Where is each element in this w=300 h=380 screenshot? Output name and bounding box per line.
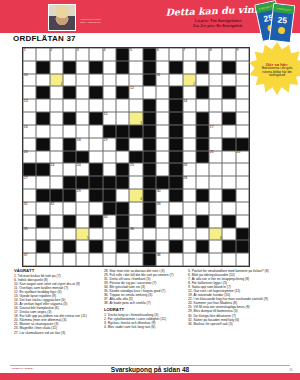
cell-r12c16[interactable] — [236, 202, 249, 215]
starburst-line4: tävlingskod — [269, 73, 285, 77]
cell-r3c2[interactable] — [50, 86, 63, 99]
cell-r8c1[interactable] — [36, 151, 49, 164]
cell-r1c1 — [36, 61, 49, 74]
cell-r13c2[interactable] — [50, 215, 63, 228]
cell-r7c0[interactable] — [23, 138, 36, 151]
cell-r5c12[interactable] — [183, 112, 196, 125]
cell-r15c14[interactable] — [209, 240, 222, 253]
clue-number: 23 — [50, 163, 54, 167]
cell-r4c0[interactable]: 13 — [23, 99, 36, 112]
cell-r12c2[interactable]: 32 — [50, 202, 63, 215]
cell-r14c9[interactable] — [143, 228, 156, 241]
cell-r0c3[interactable] — [63, 48, 76, 61]
cell-r14c14[interactable]: 6 — [209, 228, 222, 241]
cell-r12c3[interactable] — [63, 202, 76, 215]
cell-r7c10[interactable] — [156, 138, 169, 151]
cell-r1c0[interactable] — [23, 61, 36, 74]
clue-item: 4. Blev sådet som fick lång rast (6) — [104, 325, 186, 329]
cell-r13c6[interactable]: 34 — [103, 215, 116, 228]
cell-r9c12[interactable]: 26 — [183, 163, 196, 176]
cell-r6c2[interactable] — [50, 125, 63, 138]
cell-r3c14[interactable] — [209, 86, 222, 99]
cell-r7c9 — [143, 138, 156, 151]
cell-r6c11 — [169, 125, 182, 138]
cell-r7c14[interactable] — [209, 138, 222, 151]
cell-r8c15[interactable] — [222, 151, 235, 164]
cell-r14c4[interactable]: 5 — [76, 228, 89, 241]
cell-r13c4[interactable] — [76, 215, 89, 228]
cell-r0c8[interactable]: 5 — [129, 48, 142, 61]
cell-r12c6 — [103, 202, 116, 215]
cell-r14c8[interactable]: 36 — [129, 228, 142, 241]
cell-r8c2[interactable] — [50, 151, 63, 164]
cell-r12c4[interactable] — [76, 202, 89, 215]
cell-r13c10[interactable] — [156, 215, 169, 228]
clue-number: 20 — [24, 150, 28, 154]
cell-r14c15[interactable] — [222, 228, 235, 241]
cell-r14c11[interactable] — [169, 228, 182, 241]
cell-r16c5[interactable] — [89, 253, 102, 266]
cell-r5c4[interactable] — [76, 112, 89, 125]
cell-r15c10[interactable] — [156, 240, 169, 253]
cell-r9c15[interactable] — [222, 163, 235, 176]
cell-r16c14[interactable] — [209, 253, 222, 266]
cell-r10c0[interactable]: 27 — [23, 176, 36, 189]
cell-r14c6[interactable] — [103, 228, 116, 241]
crossword-grid[interactable]: 1234567891011121213141531617181920212223… — [22, 47, 250, 267]
cell-r5c1 — [36, 112, 49, 125]
cell-r11c5 — [89, 189, 102, 202]
clue-number: 9 — [236, 48, 238, 52]
answer-coupon-note: Svarskupong på sidan 48 — [0, 366, 300, 373]
cell-r2c13[interactable] — [196, 74, 209, 87]
cell-r0c16[interactable]: 9 — [236, 48, 249, 61]
cell-r0c6[interactable]: 4 — [103, 48, 116, 61]
cell-r12c8[interactable] — [129, 202, 142, 215]
constructor-photo — [48, 4, 76, 31]
cell-r15c6[interactable] — [103, 240, 116, 253]
cell-r2c2[interactable]: 1 — [50, 74, 63, 87]
cell-r4c14[interactable] — [209, 99, 222, 112]
cell-r1c12[interactable] — [183, 61, 196, 74]
cell-r2c14[interactable] — [209, 74, 222, 87]
cell-r7c12[interactable] — [183, 138, 196, 151]
cell-r10c8[interactable] — [129, 176, 142, 189]
page-title: ORDFLÄTAN 37 — [13, 34, 76, 43]
clue-number: 35 — [24, 227, 28, 231]
cell-r2c9 — [143, 74, 156, 87]
cell-r11c14[interactable] — [209, 189, 222, 202]
cell-r6c0[interactable]: 16 — [23, 125, 36, 138]
cell-r2c15[interactable] — [222, 74, 235, 87]
cell-r14c0[interactable]: 35 — [23, 228, 36, 241]
cell-r0c14[interactable]: 8 — [209, 48, 222, 61]
cell-r0c11[interactable] — [169, 48, 182, 61]
cell-r6c5[interactable] — [89, 125, 102, 138]
cell-r10c5 — [89, 176, 102, 189]
cell-r10c1[interactable] — [36, 176, 49, 189]
cell-r15c4[interactable] — [76, 240, 89, 253]
cell-r0c0[interactable]: 1 — [23, 48, 36, 61]
cell-r1c10[interactable] — [156, 61, 169, 74]
cell-r3c0[interactable] — [23, 86, 36, 99]
cell-r1c14[interactable] — [209, 61, 222, 74]
cell-r6c6 — [103, 125, 116, 138]
cell-r4c3[interactable] — [63, 99, 76, 112]
cell-r15c1 — [36, 240, 49, 253]
cell-r5c2[interactable] — [50, 112, 63, 125]
cell-r11c11 — [169, 189, 182, 202]
cell-r10c14[interactable] — [209, 176, 222, 189]
cell-r15c12[interactable] — [183, 240, 196, 253]
cell-r16c10[interactable]: 38 — [156, 253, 169, 266]
clue-number: 12 — [130, 86, 134, 90]
cell-r14c5[interactable] — [89, 228, 102, 241]
cell-r16c13[interactable] — [196, 253, 209, 266]
cell-r6c4[interactable] — [76, 125, 89, 138]
cell-r0c1[interactable] — [36, 48, 49, 61]
cell-r8c10[interactable] — [156, 151, 169, 164]
cell-r11c16[interactable] — [236, 189, 249, 202]
cell-r6c7 — [116, 125, 129, 138]
cell-r3c3 — [63, 86, 76, 99]
cell-r12c9 — [143, 202, 156, 215]
cell-r5c10[interactable] — [156, 112, 169, 125]
cell-r16c16[interactable] — [236, 253, 249, 266]
clue-number: 24 — [77, 163, 81, 167]
cell-r7c1 — [36, 138, 49, 151]
cell-r7c5[interactable] — [89, 138, 102, 151]
ticket-brand-label: SVERIGELOTT — [273, 4, 294, 14]
cell-r2c12[interactable]: 2 — [183, 74, 196, 87]
cell-r1c9 — [143, 61, 156, 74]
cell-r13c7 — [116, 215, 129, 228]
cell-r8c4 — [76, 151, 89, 164]
cell-r9c6[interactable] — [103, 163, 116, 176]
cell-r15c13 — [196, 240, 209, 253]
cell-r3c15 — [222, 86, 235, 99]
clue-number: 38 — [157, 253, 161, 257]
cell-r8c13 — [196, 151, 209, 164]
cell-r1c13 — [196, 61, 209, 74]
cell-r4c7[interactable] — [116, 99, 129, 112]
cell-r13c9 — [143, 215, 156, 228]
cell-r13c12[interactable] — [183, 215, 196, 228]
cell-r4c1[interactable] — [36, 99, 49, 112]
clue-number: 10 — [24, 73, 28, 77]
cell-r13c0[interactable] — [23, 215, 36, 228]
cell-r1c2[interactable] — [50, 61, 63, 74]
cell-r4c5[interactable] — [89, 99, 102, 112]
cell-r11c4[interactable]: 29 — [76, 189, 89, 202]
cell-r1c5 — [89, 61, 102, 74]
cell-r10c12[interactable]: 28 — [183, 176, 196, 189]
cell-r8c14[interactable]: 21 — [209, 151, 222, 164]
cell-r10c6 — [103, 176, 116, 189]
cell-r16c2[interactable] — [50, 253, 63, 266]
clue-number: 27 — [24, 176, 28, 180]
cell-r8c12[interactable] — [183, 151, 196, 164]
cell-r11c2 — [50, 189, 63, 202]
cell-r11c0[interactable] — [23, 189, 36, 202]
clue-number: 32 — [50, 202, 54, 206]
cell-r13c16[interactable] — [236, 215, 249, 228]
clue-number: 26 — [183, 163, 187, 167]
cell-r6c10[interactable] — [156, 125, 169, 138]
cell-r3c16[interactable] — [236, 86, 249, 99]
cell-r0c10[interactable]: 6 — [156, 48, 169, 61]
cell-r12c1[interactable] — [36, 202, 49, 215]
cell-r3c7 — [116, 86, 129, 99]
cell-r0c4[interactable]: 3 — [76, 48, 89, 61]
clue-number: 34 — [103, 215, 107, 219]
cell-r13c5 — [89, 215, 102, 228]
cell-r5c0[interactable] — [23, 112, 36, 125]
clue-number: 17 — [210, 125, 214, 129]
cell-r1c4[interactable] — [76, 61, 89, 74]
clue-number: 16 — [24, 125, 28, 129]
clue-item: 34. Bockas för speciell sak (5) — [188, 322, 274, 326]
cell-r15c8[interactable] — [129, 240, 142, 253]
clue-number: 4 — [103, 48, 105, 52]
cell-r0c2[interactable]: 2 — [50, 48, 63, 61]
cell-r14c10[interactable] — [156, 228, 169, 241]
cell-r16c7[interactable] — [116, 253, 129, 266]
cell-r10c3 — [63, 176, 76, 189]
cell-r5c8[interactable]: 3 — [129, 112, 142, 125]
clue-number: 2 — [50, 48, 52, 52]
cell-r2c4[interactable] — [76, 74, 89, 87]
cell-r14c2[interactable] — [50, 228, 63, 241]
cell-r5c5 — [89, 112, 102, 125]
cell-r10c15[interactable] — [222, 176, 235, 189]
clue-number: 13 — [24, 99, 28, 103]
cell-r5c11 — [169, 112, 182, 125]
cell-r6c15[interactable] — [222, 125, 235, 138]
cell-r0c15[interactable] — [222, 48, 235, 61]
cell-r14c7 — [116, 228, 129, 241]
cell-r15c2[interactable] — [50, 240, 63, 253]
cell-r8c5[interactable] — [89, 151, 102, 164]
cell-r10c2[interactable] — [50, 176, 63, 189]
cell-r3c4[interactable] — [76, 86, 89, 99]
clue-number: 28 — [183, 176, 187, 180]
cell-r0c13[interactable] — [196, 48, 209, 61]
cell-r2c0[interactable]: 10 — [23, 74, 36, 87]
cell-r10c16[interactable] — [236, 176, 249, 189]
cell-r16c11[interactable] — [169, 253, 182, 266]
cell-r2c8[interactable] — [129, 74, 142, 87]
cell-r11c8[interactable]: 4 — [129, 189, 142, 202]
cell-r11c3 — [63, 189, 76, 202]
cell-r16c15[interactable] — [222, 253, 235, 266]
cell-r5c9 — [143, 112, 156, 125]
cell-r6c12[interactable] — [183, 125, 196, 138]
cell-r11c15 — [222, 189, 235, 202]
cell-r12c7 — [116, 202, 129, 215]
clue-number: 8 — [210, 48, 212, 52]
cell-r9c11 — [169, 163, 182, 176]
page-number: 31 — [289, 368, 293, 372]
cell-r3c12[interactable] — [183, 86, 196, 99]
cell-r9c8[interactable]: 25 — [129, 163, 142, 176]
cell-r10c7 — [116, 176, 129, 189]
cell-r2c10[interactable]: 11 — [156, 74, 169, 87]
portrait-image — [49, 5, 75, 30]
cell-r4c6[interactable] — [103, 99, 116, 112]
cell-r6c8 — [129, 125, 142, 138]
cell-r12c15[interactable] — [222, 202, 235, 215]
cell-r5c7[interactable] — [116, 112, 129, 125]
cell-r12c13[interactable] — [196, 202, 209, 215]
cell-r3c10[interactable] — [156, 86, 169, 99]
cell-r15c3 — [63, 240, 76, 253]
cell-r11c12[interactable] — [183, 189, 196, 202]
cell-r1c16[interactable] — [236, 61, 249, 74]
cell-r6c16[interactable] — [236, 125, 249, 138]
cell-r13c8[interactable] — [129, 215, 142, 228]
cell-r4c8[interactable] — [129, 99, 142, 112]
cell-r9c0 — [23, 163, 36, 176]
cell-r4c16[interactable] — [236, 99, 249, 112]
cell-r14c13[interactable] — [196, 228, 209, 241]
cell-r16c4[interactable] — [76, 253, 89, 266]
cell-r12c0[interactable]: 31 — [23, 202, 36, 215]
clues-column-2: 28. Står man inte så dansas det runt i (… — [104, 269, 186, 329]
cell-r3c6[interactable] — [103, 86, 116, 99]
cell-r1c6[interactable] — [103, 61, 116, 74]
cell-r12c14[interactable] — [209, 202, 222, 215]
cell-r8c7[interactable] — [116, 151, 129, 164]
clue-item: 27. Lär skomakaren vid sin läst (3) — [14, 331, 100, 335]
cell-r16c6[interactable] — [103, 253, 116, 266]
cell-r7c15 — [222, 138, 235, 151]
cell-r8c8 — [129, 151, 142, 164]
cell-r2c1[interactable] — [36, 74, 49, 87]
lottery-ticket-front: SVERIGELOTT 25 — [269, 3, 295, 43]
cell-r7c16 — [236, 138, 249, 151]
cell-r8c16[interactable]: 22 — [236, 151, 249, 164]
clue-number: 15 — [103, 112, 107, 116]
cell-r16c8[interactable] — [129, 253, 142, 266]
cell-r2c11[interactable] — [169, 74, 182, 87]
cell-r0c7 — [116, 48, 129, 61]
cell-r5c14[interactable] — [209, 112, 222, 125]
cell-r16c1[interactable] — [36, 253, 49, 266]
cell-r15c15 — [222, 240, 235, 253]
cell-r6c3[interactable] — [63, 125, 76, 138]
ticket-value: 25 — [272, 14, 293, 26]
cell-r2c7[interactable] — [116, 74, 129, 87]
clue-number: 31 — [24, 202, 28, 206]
cell-r6c14[interactable]: 17 — [209, 125, 222, 138]
cell-r11c9 — [143, 189, 156, 202]
cell-r7c2[interactable] — [50, 138, 63, 151]
clue-number: 3 — [77, 48, 79, 52]
cell-r15c0[interactable] — [23, 240, 36, 253]
cell-r12c11[interactable] — [169, 202, 182, 215]
cell-r16c3[interactable] — [63, 253, 76, 266]
cell-r3c9[interactable] — [143, 86, 156, 99]
cell-r9c13[interactable] — [196, 163, 209, 176]
cell-r3c8[interactable]: 12 — [129, 86, 142, 99]
clue-number: 22 — [236, 150, 240, 154]
cell-r12c10[interactable]: 33 — [156, 202, 169, 215]
caption-line2: LENA PERSSON — [80, 21, 101, 24]
cell-r16c12[interactable] — [183, 253, 196, 266]
cell-r6c1[interactable] — [36, 125, 49, 138]
cell-r3c11 — [169, 86, 182, 99]
cell-r4c10[interactable] — [156, 99, 169, 112]
cell-r13c14[interactable] — [209, 215, 222, 228]
cell-r9c14[interactable] — [209, 163, 222, 176]
cell-r2c6[interactable] — [103, 74, 116, 87]
cell-r9c2[interactable]: 23 — [50, 163, 63, 176]
cell-r2c16[interactable] — [236, 74, 249, 87]
cell-r1c7 — [116, 61, 129, 74]
cell-r9c3[interactable] — [63, 163, 76, 176]
cell-r2c3[interactable] — [63, 74, 76, 87]
cell-r16c9 — [143, 253, 156, 266]
clue-number: 14 — [183, 99, 187, 103]
cell-r10c13[interactable] — [196, 176, 209, 189]
cell-r14c1[interactable] — [36, 228, 49, 241]
cell-r8c6[interactable] — [103, 151, 116, 164]
cell-r15c7 — [116, 240, 129, 253]
cell-r4c4[interactable] — [76, 99, 89, 112]
constructor-caption: KONSTRUKTÖR: LENA PERSSON — [80, 18, 101, 24]
cell-r0c5[interactable] — [89, 48, 102, 61]
cell-r16c0[interactable]: 37 — [23, 253, 36, 266]
cell-r14c16 — [236, 228, 249, 241]
clue-number: 1 — [24, 48, 26, 52]
cell-r9c16[interactable] — [236, 163, 249, 176]
cell-r13c11 — [169, 215, 182, 228]
cell-r15c11 — [169, 240, 182, 253]
cell-r2c5[interactable] — [89, 74, 102, 87]
cell-r4c12[interactable]: 14 — [183, 99, 196, 112]
cell-r7c8[interactable] — [129, 138, 142, 151]
cell-r9c4[interactable]: 24 — [76, 163, 89, 176]
cell-r14c12[interactable] — [183, 228, 196, 241]
cell-r5c16[interactable] — [236, 112, 249, 125]
cell-r9c7 — [116, 163, 129, 176]
cell-r13c13 — [196, 215, 209, 228]
cell-r3c5 — [89, 86, 102, 99]
cell-r11c10[interactable]: 30 — [156, 189, 169, 202]
clue-list-header: LODRÄTT — [104, 308, 186, 312]
cell-r4c15[interactable] — [222, 99, 235, 112]
cell-r9c10[interactable] — [156, 163, 169, 176]
cell-r14c3[interactable] — [63, 228, 76, 241]
clue-number: 7 — [183, 48, 185, 52]
cell-r12c12[interactable] — [183, 202, 196, 215]
cell-r15c16 — [236, 240, 249, 253]
cell-r7c7 — [116, 138, 129, 151]
cell-r11c7[interactable] — [116, 189, 129, 202]
cell-r7c6[interactable]: 19 — [103, 138, 116, 151]
cell-r4c13[interactable] — [196, 99, 209, 112]
cell-r8c0[interactable]: 20 — [23, 151, 36, 164]
cell-r1c3 — [63, 61, 76, 74]
cell-r7c4[interactable]: 18 — [76, 138, 89, 151]
cell-r15c9 — [143, 240, 156, 253]
cell-r0c12[interactable]: 7 — [183, 48, 196, 61]
cell-r5c6[interactable]: 15 — [103, 112, 116, 125]
cell-r1c8[interactable] — [129, 61, 142, 74]
cell-r4c2[interactable] — [50, 99, 63, 112]
cell-r12c5[interactable] — [89, 202, 102, 215]
